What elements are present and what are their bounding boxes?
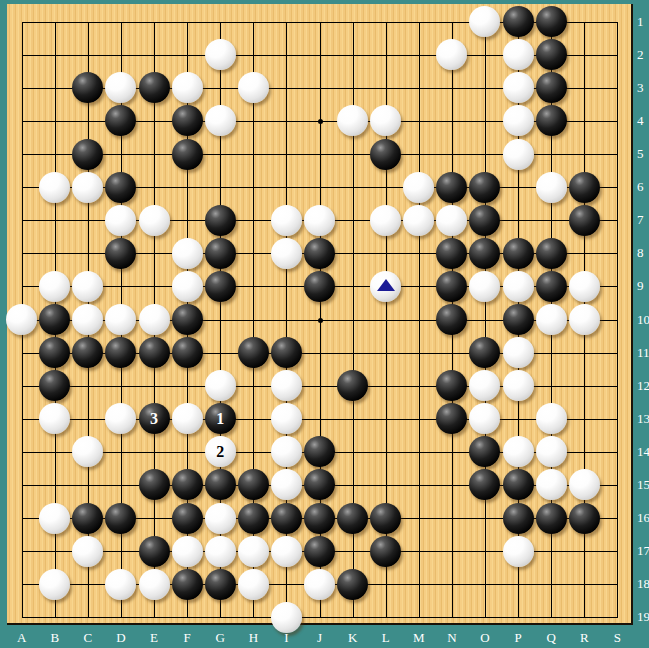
stone-white-B9[interactable]	[39, 271, 70, 302]
stone-white-D10[interactable]	[105, 304, 136, 335]
row-label-5: 5	[637, 146, 644, 162]
stone-white-P17[interactable]	[503, 536, 534, 567]
stone-black-J9[interactable]	[304, 271, 335, 302]
column-label-F: F	[184, 630, 191, 646]
stone-white-L4[interactable]	[370, 105, 401, 136]
stone-white-I8[interactable]	[271, 238, 302, 269]
stone-white-F3[interactable]	[172, 72, 203, 103]
stone-black-F5[interactable]	[172, 139, 203, 170]
stone-black-B10[interactable]	[39, 304, 70, 335]
stone-black-C16[interactable]	[72, 503, 103, 534]
column-label-B: B	[50, 630, 59, 646]
stone-black-G7[interactable]	[205, 205, 236, 236]
stone-white-N7[interactable]	[436, 205, 467, 236]
stone-black-F4[interactable]	[172, 105, 203, 136]
stone-white-Q10[interactable]	[536, 304, 567, 335]
stone-white-I14[interactable]	[271, 436, 302, 467]
triangle-marker-icon	[377, 279, 395, 291]
row-label-8: 8	[637, 245, 644, 261]
stone-white-O12[interactable]	[469, 370, 500, 401]
stone-black-N6[interactable]	[436, 172, 467, 203]
stone-white-G14[interactable]: 2	[205, 436, 236, 467]
row-label-17: 17	[637, 543, 649, 559]
stone-white-P3[interactable]	[503, 72, 534, 103]
stone-black-G13[interactable]: 1	[205, 403, 236, 434]
stone-white-I15[interactable]	[271, 469, 302, 500]
stone-black-N13[interactable]	[436, 403, 467, 434]
stone-black-B11[interactable]	[39, 337, 70, 368]
stone-black-C11[interactable]	[72, 337, 103, 368]
stone-white-C9[interactable]	[72, 271, 103, 302]
star-point	[318, 119, 323, 124]
stone-white-K4[interactable]	[337, 105, 368, 136]
row-label-4: 4	[637, 113, 644, 129]
stone-black-P1[interactable]	[503, 6, 534, 37]
star-point	[318, 318, 323, 323]
stone-black-Q16[interactable]	[536, 503, 567, 534]
stone-white-L9[interactable]	[370, 271, 401, 302]
row-label-9: 9	[637, 278, 644, 294]
stone-black-N8[interactable]	[436, 238, 467, 269]
row-label-18: 18	[637, 576, 649, 592]
stone-black-N12[interactable]	[436, 370, 467, 401]
stone-black-E17[interactable]	[139, 536, 170, 567]
stone-white-F13[interactable]	[172, 403, 203, 434]
stone-white-H17[interactable]	[238, 536, 269, 567]
stone-white-B13[interactable]	[39, 403, 70, 434]
stone-black-E3[interactable]	[139, 72, 170, 103]
stone-black-O14[interactable]	[469, 436, 500, 467]
row-label-12: 12	[637, 378, 649, 394]
row-label-13: 13	[637, 411, 649, 427]
stone-black-O8[interactable]	[469, 238, 500, 269]
stone-white-Q13[interactable]	[536, 403, 567, 434]
row-label-3: 3	[637, 80, 644, 96]
stone-black-H16[interactable]	[238, 503, 269, 534]
stone-black-J16[interactable]	[304, 503, 335, 534]
stone-white-J18[interactable]	[304, 569, 335, 600]
column-label-R: R	[580, 630, 589, 646]
stone-white-B16[interactable]	[39, 503, 70, 534]
stone-black-Q8[interactable]	[536, 238, 567, 269]
grid-line-vertical	[485, 22, 486, 619]
stone-white-A10[interactable]	[6, 304, 37, 335]
stone-white-C14[interactable]	[72, 436, 103, 467]
column-label-J: J	[317, 630, 322, 646]
column-label-C: C	[84, 630, 93, 646]
go-board-app: 312 ABCDEFGHIJKLMNOPQRS 1234567891011121…	[0, 0, 649, 648]
row-label-15: 15	[637, 477, 649, 493]
stone-white-D18[interactable]	[105, 569, 136, 600]
row-label-7: 7	[637, 212, 644, 228]
stone-black-P8[interactable]	[503, 238, 534, 269]
stone-white-P11[interactable]	[503, 337, 534, 368]
column-label-K: K	[348, 630, 357, 646]
stone-black-E13[interactable]: 3	[139, 403, 170, 434]
stone-black-R7[interactable]	[569, 205, 600, 236]
stone-white-D3[interactable]	[105, 72, 136, 103]
move-number-label: 2	[205, 436, 236, 467]
stone-white-G12[interactable]	[205, 370, 236, 401]
stone-white-I12[interactable]	[271, 370, 302, 401]
stone-white-F17[interactable]	[172, 536, 203, 567]
stone-white-J7[interactable]	[304, 205, 335, 236]
stone-black-O7[interactable]	[469, 205, 500, 236]
stone-black-Q2[interactable]	[536, 39, 567, 70]
stone-black-I11[interactable]	[271, 337, 302, 368]
stone-white-F9[interactable]	[172, 271, 203, 302]
stone-white-I19[interactable]	[271, 602, 302, 633]
stone-black-H11[interactable]	[238, 337, 269, 368]
stone-white-G4[interactable]	[205, 105, 236, 136]
stone-white-C10[interactable]	[72, 304, 103, 335]
stone-white-B18[interactable]	[39, 569, 70, 600]
stone-black-R16[interactable]	[569, 503, 600, 534]
stone-white-E18[interactable]	[139, 569, 170, 600]
stone-black-O11[interactable]	[469, 337, 500, 368]
stone-black-D16[interactable]	[105, 503, 136, 534]
column-label-M: M	[413, 630, 425, 646]
stone-black-F11[interactable]	[172, 337, 203, 368]
stone-white-H18[interactable]	[238, 569, 269, 600]
stone-black-D4[interactable]	[105, 105, 136, 136]
row-label-10: 10	[637, 312, 649, 328]
stone-black-P10[interactable]	[503, 304, 534, 335]
stone-white-B6[interactable]	[39, 172, 70, 203]
stone-black-E15[interactable]	[139, 469, 170, 500]
go-board[interactable]: 312	[7, 4, 633, 625]
column-label-S: S	[614, 630, 621, 646]
stone-white-G16[interactable]	[205, 503, 236, 534]
row-label-2: 2	[637, 47, 644, 63]
grid-line-horizontal	[22, 617, 619, 618]
stone-white-G2[interactable]	[205, 39, 236, 70]
stone-white-O1[interactable]	[469, 6, 500, 37]
stone-black-N10[interactable]	[436, 304, 467, 335]
row-label-11: 11	[637, 345, 649, 361]
stone-white-P12[interactable]	[503, 370, 534, 401]
stone-white-P2[interactable]	[503, 39, 534, 70]
column-label-E: E	[150, 630, 158, 646]
stone-black-N9[interactable]	[436, 271, 467, 302]
column-label-O: O	[480, 630, 489, 646]
stone-black-Q4[interactable]	[536, 105, 567, 136]
stone-black-Q9[interactable]	[536, 271, 567, 302]
grid-line-vertical	[419, 22, 420, 619]
stone-white-Q15[interactable]	[536, 469, 567, 500]
stone-black-F15[interactable]	[172, 469, 203, 500]
stone-white-O9[interactable]	[469, 271, 500, 302]
move-number-label: 1	[205, 403, 236, 434]
stone-black-H15[interactable]	[238, 469, 269, 500]
stone-white-P5[interactable]	[503, 139, 534, 170]
stone-black-J15[interactable]	[304, 469, 335, 500]
stone-black-L16[interactable]	[370, 503, 401, 534]
stone-black-C3[interactable]	[72, 72, 103, 103]
stone-white-D7[interactable]	[105, 205, 136, 236]
stone-black-G9[interactable]	[205, 271, 236, 302]
stone-black-K12[interactable]	[337, 370, 368, 401]
stone-black-J8[interactable]	[304, 238, 335, 269]
column-label-N: N	[447, 630, 456, 646]
stone-black-K18[interactable]	[337, 569, 368, 600]
stone-black-P16[interactable]	[503, 503, 534, 534]
column-label-A: A	[17, 630, 26, 646]
stone-white-I7[interactable]	[271, 205, 302, 236]
stone-black-E11[interactable]	[139, 337, 170, 368]
stone-black-O15[interactable]	[469, 469, 500, 500]
stone-black-D11[interactable]	[105, 337, 136, 368]
stone-black-L17[interactable]	[370, 536, 401, 567]
stone-white-C17[interactable]	[72, 536, 103, 567]
column-label-G: G	[216, 630, 225, 646]
move-number-label: 3	[139, 403, 170, 434]
stone-white-P4[interactable]	[503, 105, 534, 136]
row-label-6: 6	[637, 179, 644, 195]
column-label-D: D	[116, 630, 125, 646]
stone-white-Q6[interactable]	[536, 172, 567, 203]
stone-white-M6[interactable]	[403, 172, 434, 203]
stone-white-O13[interactable]	[469, 403, 500, 434]
stone-black-J17[interactable]	[304, 536, 335, 567]
stone-white-F8[interactable]	[172, 238, 203, 269]
stone-black-F10[interactable]	[172, 304, 203, 335]
stone-black-J14[interactable]	[304, 436, 335, 467]
row-label-14: 14	[637, 444, 649, 460]
stone-white-E7[interactable]	[139, 205, 170, 236]
column-label-I: I	[284, 630, 288, 646]
stone-white-P9[interactable]	[503, 271, 534, 302]
column-label-P: P	[514, 630, 521, 646]
grid-line-vertical	[617, 22, 618, 619]
stone-black-Q3[interactable]	[536, 72, 567, 103]
stone-white-M7[interactable]	[403, 205, 434, 236]
stone-white-L7[interactable]	[370, 205, 401, 236]
stone-black-F18[interactable]	[172, 569, 203, 600]
stone-black-B12[interactable]	[39, 370, 70, 401]
stone-black-G18[interactable]	[205, 569, 236, 600]
column-label-Q: Q	[546, 630, 555, 646]
row-label-1: 1	[637, 14, 644, 30]
stone-white-R9[interactable]	[569, 271, 600, 302]
stone-black-Q1[interactable]	[536, 6, 567, 37]
stone-white-G17[interactable]	[205, 536, 236, 567]
stone-white-Q14[interactable]	[536, 436, 567, 467]
stone-black-G8[interactable]	[205, 238, 236, 269]
stone-black-R6[interactable]	[569, 172, 600, 203]
stone-black-I16[interactable]	[271, 503, 302, 534]
stone-white-R15[interactable]	[569, 469, 600, 500]
stone-black-C5[interactable]	[72, 139, 103, 170]
column-label-H: H	[249, 630, 258, 646]
stone-black-K16[interactable]	[337, 503, 368, 534]
stone-white-I17[interactable]	[271, 536, 302, 567]
stone-white-I13[interactable]	[271, 403, 302, 434]
stone-white-H3[interactable]	[238, 72, 269, 103]
stone-white-D13[interactable]	[105, 403, 136, 434]
stone-black-F16[interactable]	[172, 503, 203, 534]
row-label-16: 16	[637, 510, 649, 526]
stone-white-E10[interactable]	[139, 304, 170, 335]
stone-black-O6[interactable]	[469, 172, 500, 203]
stone-black-D6[interactable]	[105, 172, 136, 203]
stone-black-G15[interactable]	[205, 469, 236, 500]
stone-white-N2[interactable]	[436, 39, 467, 70]
stone-white-C6[interactable]	[72, 172, 103, 203]
stone-black-D8[interactable]	[105, 238, 136, 269]
row-label-19: 19	[637, 609, 649, 625]
stone-white-P14[interactable]	[503, 436, 534, 467]
stone-black-L5[interactable]	[370, 139, 401, 170]
column-label-L: L	[382, 630, 390, 646]
stone-white-R10[interactable]	[569, 304, 600, 335]
stone-black-P15[interactable]	[503, 469, 534, 500]
